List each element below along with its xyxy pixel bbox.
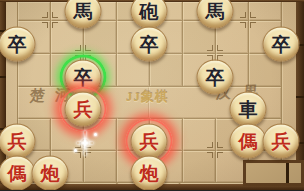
piece-black-cannon[interactable]: 砲 xyxy=(131,0,168,29)
frame-corner-panel xyxy=(243,160,304,186)
piece-black-soldier[interactable]: 卒 xyxy=(263,27,300,62)
piece-black-soldier[interactable]: 卒 xyxy=(197,60,234,95)
piece-red-soldier[interactable]: 兵 xyxy=(65,92,102,127)
piece-red-horse[interactable]: 傌 xyxy=(0,156,36,191)
point-marker xyxy=(240,12,256,28)
piece-red-soldier[interactable]: 兵 xyxy=(131,124,168,159)
point-marker xyxy=(42,12,58,28)
piece-red-horse[interactable]: 傌 xyxy=(230,124,267,159)
point-marker xyxy=(207,142,223,158)
piece-red-cannon[interactable]: 炮 xyxy=(131,156,168,191)
piece-red-soldier[interactable]: 兵 xyxy=(0,124,36,159)
piece-black-chariot[interactable]: 車 xyxy=(230,92,267,127)
piece-black-soldier[interactable]: 卒 xyxy=(0,27,36,62)
piece-black-soldier[interactable]: 卒 xyxy=(131,27,168,62)
piece-red-cannon[interactable]: 炮 xyxy=(32,156,69,191)
xiangqi-board[interactable]: 楚河 汉界 JJ象棋 馬砲馬卒卒卒卒卒兵車兵兵傌兵傌炮炮 xyxy=(0,0,304,190)
sparkle-effect xyxy=(73,131,97,155)
piece-red-soldier[interactable]: 兵 xyxy=(263,124,300,159)
piece-black-horse[interactable]: 馬 xyxy=(65,0,102,29)
piece-black-horse[interactable]: 馬 xyxy=(197,0,234,29)
watermark-logo: JJ象棋 xyxy=(126,88,169,106)
